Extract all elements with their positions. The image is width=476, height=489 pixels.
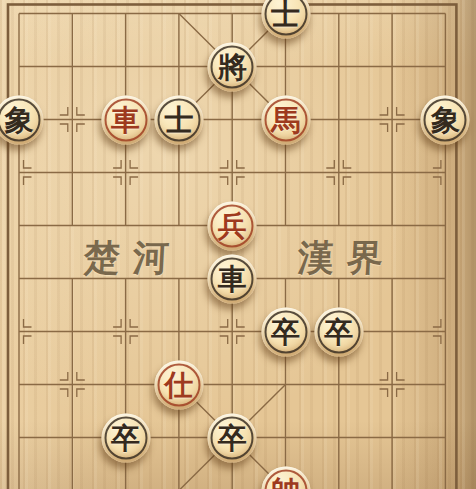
red-general-glyph: 帥 xyxy=(271,476,300,489)
black-general-glyph: 將 xyxy=(218,52,247,81)
piece-black-advisor[interactable]: 士 xyxy=(261,0,310,38)
piece-black-general[interactable]: 將 xyxy=(208,42,257,91)
red-horse-glyph: 馬 xyxy=(271,105,300,134)
piece-black-advisor[interactable]: 士 xyxy=(154,95,203,144)
black-elephant-glyph: 象 xyxy=(5,105,34,134)
piece-black-soldier[interactable]: 卒 xyxy=(101,413,150,462)
black-soldier-glyph: 卒 xyxy=(111,423,140,452)
black-advisor-glyph: 士 xyxy=(164,105,193,134)
piece-red-advisor[interactable]: 仕 xyxy=(154,360,203,409)
red-advisor-glyph: 仕 xyxy=(164,370,193,399)
red-chariot-glyph: 車 xyxy=(111,105,140,134)
piece-black-elephant[interactable]: 象 xyxy=(0,95,44,144)
xiangqi-board: 楚河 漢界 士將象車士馬象兵車卒卒仕卒卒帥 xyxy=(0,0,476,489)
black-soldier-glyph: 卒 xyxy=(218,423,247,452)
pieces-layer: 士將象車士馬象兵車卒卒仕卒卒帥 xyxy=(0,0,476,489)
black-chariot-glyph: 車 xyxy=(218,264,247,293)
piece-black-elephant[interactable]: 象 xyxy=(421,95,470,144)
piece-red-chariot[interactable]: 車 xyxy=(101,95,150,144)
piece-black-soldier[interactable]: 卒 xyxy=(314,307,363,356)
black-elephant-glyph: 象 xyxy=(431,105,460,134)
piece-black-chariot[interactable]: 車 xyxy=(208,254,257,303)
red-soldier-glyph: 兵 xyxy=(218,211,247,240)
piece-black-soldier[interactable]: 卒 xyxy=(261,307,310,356)
black-soldier-glyph: 卒 xyxy=(271,317,300,346)
piece-black-soldier[interactable]: 卒 xyxy=(208,413,257,462)
piece-red-horse[interactable]: 馬 xyxy=(261,95,310,144)
black-advisor-glyph: 士 xyxy=(271,0,300,28)
piece-red-soldier[interactable]: 兵 xyxy=(208,201,257,250)
black-soldier-glyph: 卒 xyxy=(324,317,353,346)
piece-red-general[interactable]: 帥 xyxy=(261,466,310,489)
